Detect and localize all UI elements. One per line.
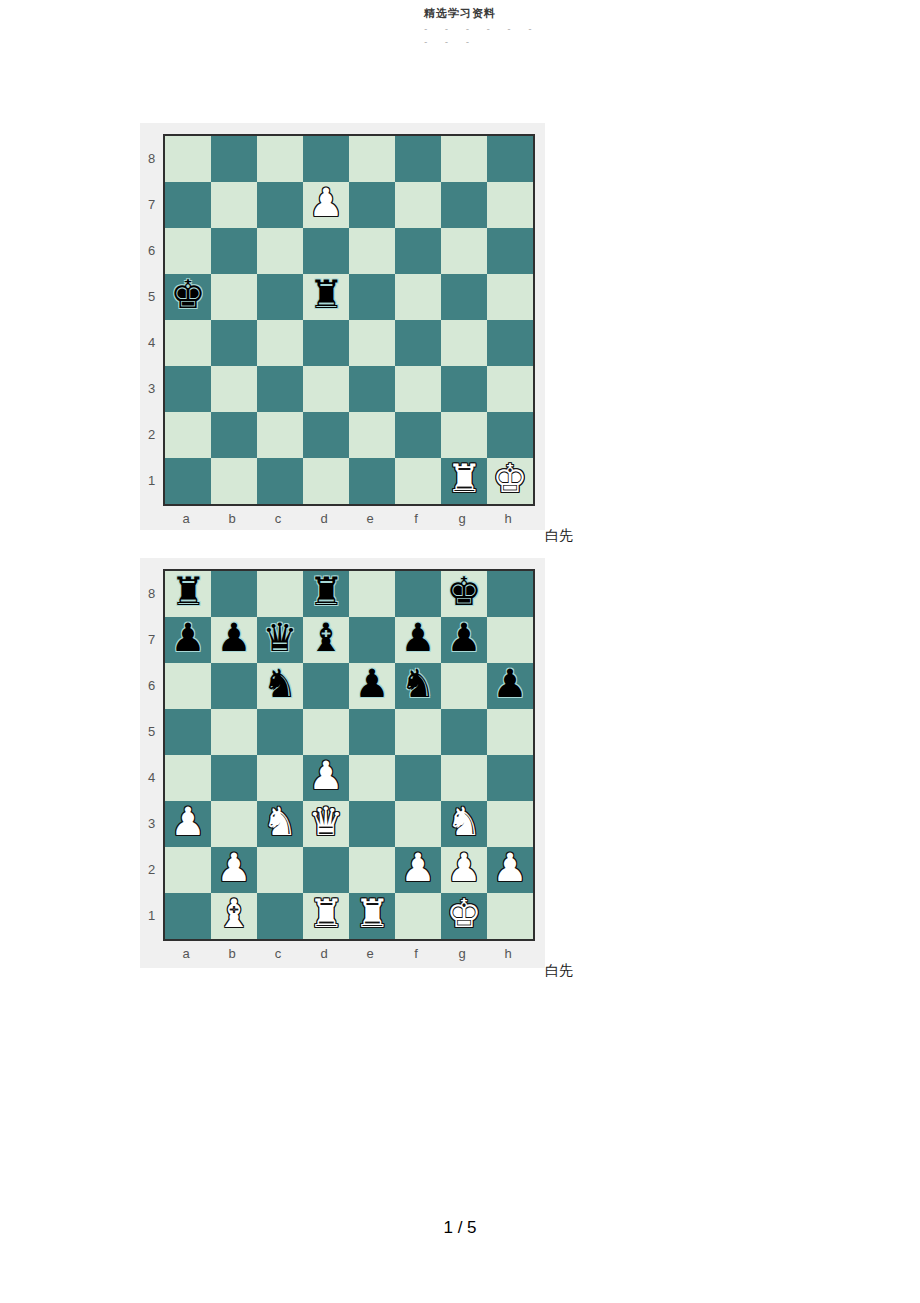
square-d5: ♜ xyxy=(303,274,349,320)
square-e7 xyxy=(349,617,395,663)
file-label-d: d xyxy=(301,942,347,966)
white-pawn-h2: ♟ xyxy=(487,845,533,891)
white-knight-c3: ♞ xyxy=(257,799,303,845)
square-e5 xyxy=(349,709,395,755)
white-pawn-a3: ♟ xyxy=(165,799,211,845)
square-g3: ♞ xyxy=(441,801,487,847)
square-a5: ♚ xyxy=(165,274,211,320)
black-rook-a8: ♜ xyxy=(165,569,211,615)
square-d8 xyxy=(303,136,349,182)
square-e3 xyxy=(349,366,395,412)
square-g8 xyxy=(441,136,487,182)
white-rook-d1: ♜ xyxy=(303,891,349,937)
square-f4 xyxy=(395,320,441,366)
file-label-g: g xyxy=(439,507,485,531)
rank-label-2: 2 xyxy=(140,847,163,893)
square-f2 xyxy=(395,412,441,458)
square-h4 xyxy=(487,755,533,801)
square-b4 xyxy=(211,320,257,366)
square-g5 xyxy=(441,709,487,755)
square-e4 xyxy=(349,320,395,366)
square-c5 xyxy=(257,709,303,755)
square-c8 xyxy=(257,136,303,182)
square-c5 xyxy=(257,274,303,320)
square-h1 xyxy=(487,893,533,939)
square-d6 xyxy=(303,228,349,274)
rank-label-6: 6 xyxy=(140,663,163,709)
square-h8 xyxy=(487,571,533,617)
square-h7 xyxy=(487,617,533,663)
file-label-e: e xyxy=(347,942,393,966)
file-label-c: c xyxy=(255,507,301,531)
square-b1: ♝ xyxy=(211,893,257,939)
chess-board-2: ♜♜♚♟♟♛♝♟♟♞♟♞♟♟♟♞♛♞♟♟♟♟♝♜♜♚ xyxy=(163,569,535,941)
rank-label-7: 7 xyxy=(140,182,163,228)
file-label-h: h xyxy=(485,942,531,966)
black-pawn-e6: ♟ xyxy=(349,661,395,707)
square-h7 xyxy=(487,182,533,228)
file-label-f: f xyxy=(393,507,439,531)
file-label-b: b xyxy=(209,942,255,966)
square-a3 xyxy=(165,366,211,412)
rank-label-1: 1 xyxy=(140,893,163,939)
white-king-g1: ♚ xyxy=(441,891,487,937)
white-knight-g3: ♞ xyxy=(441,799,487,845)
page-number: 1 / 5 xyxy=(0,1218,920,1238)
white-pawn-d7: ♟ xyxy=(303,180,349,226)
square-e7 xyxy=(349,182,395,228)
square-a7 xyxy=(165,182,211,228)
square-h5 xyxy=(487,709,533,755)
square-c7 xyxy=(257,182,303,228)
chess-diagram-1: 87654321 ♟♚♜♜♚ abcdefgh xyxy=(140,123,545,530)
square-c3 xyxy=(257,366,303,412)
square-a4 xyxy=(165,320,211,366)
square-g6 xyxy=(441,228,487,274)
square-a5 xyxy=(165,709,211,755)
square-b1 xyxy=(211,458,257,504)
square-b6 xyxy=(211,228,257,274)
dash-separator-2: - - - xyxy=(423,37,475,47)
white-pawn-d4: ♟ xyxy=(303,753,349,799)
white-pawn-g2: ♟ xyxy=(441,845,487,891)
square-d5 xyxy=(303,709,349,755)
square-b6 xyxy=(211,663,257,709)
rank-label-4: 4 xyxy=(140,320,163,366)
square-g3 xyxy=(441,366,487,412)
square-d4: ♟ xyxy=(303,755,349,801)
square-c7: ♛ xyxy=(257,617,303,663)
black-pawn-g7: ♟ xyxy=(441,615,487,661)
square-d4 xyxy=(303,320,349,366)
square-f6 xyxy=(395,228,441,274)
rank-label-2: 2 xyxy=(140,412,163,458)
square-c1 xyxy=(257,893,303,939)
file-label-b: b xyxy=(209,507,255,531)
white-king-h1: ♚ xyxy=(487,456,533,502)
square-d2 xyxy=(303,847,349,893)
rank-label-3: 3 xyxy=(140,801,163,847)
chess-board-1: ♟♚♜♜♚ xyxy=(163,134,535,506)
square-h6 xyxy=(487,228,533,274)
black-knight-f6: ♞ xyxy=(395,661,441,707)
rank-label-5: 5 xyxy=(140,709,163,755)
file-label-c: c xyxy=(255,942,301,966)
square-f6: ♞ xyxy=(395,663,441,709)
rank-label-3: 3 xyxy=(140,366,163,412)
square-f8 xyxy=(395,136,441,182)
black-king-g8: ♚ xyxy=(441,569,487,615)
square-b2: ♟ xyxy=(211,847,257,893)
square-f3 xyxy=(395,366,441,412)
square-g2: ♟ xyxy=(441,847,487,893)
white-to-move-label-2: 白先 xyxy=(545,962,573,980)
square-g1: ♜ xyxy=(441,458,487,504)
rank-label-8: 8 xyxy=(140,136,163,182)
black-pawn-h6: ♟ xyxy=(487,661,533,707)
square-e2 xyxy=(349,847,395,893)
white-rook-e1: ♜ xyxy=(349,891,395,937)
square-f8 xyxy=(395,571,441,617)
rank-label-7: 7 xyxy=(140,617,163,663)
square-a2 xyxy=(165,847,211,893)
square-g4 xyxy=(441,320,487,366)
square-d7: ♟ xyxy=(303,182,349,228)
black-pawn-a7: ♟ xyxy=(165,615,211,661)
square-f2: ♟ xyxy=(395,847,441,893)
square-e4 xyxy=(349,755,395,801)
file-label-d: d xyxy=(301,507,347,531)
black-king-a5: ♚ xyxy=(165,272,211,318)
square-h2: ♟ xyxy=(487,847,533,893)
square-f1 xyxy=(395,458,441,504)
square-h2 xyxy=(487,412,533,458)
white-bishop-b1: ♝ xyxy=(211,891,257,937)
square-e5 xyxy=(349,274,395,320)
rank-label-5: 5 xyxy=(140,274,163,320)
square-c8 xyxy=(257,571,303,617)
square-h3 xyxy=(487,801,533,847)
square-c6 xyxy=(257,228,303,274)
square-a1 xyxy=(165,458,211,504)
white-pawn-f2: ♟ xyxy=(395,845,441,891)
white-rook-g1: ♜ xyxy=(441,456,487,502)
square-d8: ♜ xyxy=(303,571,349,617)
square-g8: ♚ xyxy=(441,571,487,617)
square-a6 xyxy=(165,663,211,709)
square-f3 xyxy=(395,801,441,847)
square-a7: ♟ xyxy=(165,617,211,663)
square-d1: ♜ xyxy=(303,893,349,939)
square-c4 xyxy=(257,320,303,366)
black-knight-c6: ♞ xyxy=(257,661,303,707)
rank-labels: 87654321 xyxy=(140,136,163,504)
dash-separator-1: - - - - - - xyxy=(423,24,538,34)
file-labels: abcdefgh xyxy=(163,942,531,966)
chess-diagram-2: 87654321 ♜♜♚♟♟♛♝♟♟♞♟♞♟♟♟♞♛♞♟♟♟♟♝♜♜♚ abcd… xyxy=(140,558,545,968)
square-e2 xyxy=(349,412,395,458)
square-b8 xyxy=(211,136,257,182)
file-label-e: e xyxy=(347,507,393,531)
black-pawn-f7: ♟ xyxy=(395,615,441,661)
rank-label-4: 4 xyxy=(140,755,163,801)
black-queen-c7: ♛ xyxy=(257,615,303,661)
square-d3 xyxy=(303,366,349,412)
square-h3 xyxy=(487,366,533,412)
white-queen-d3: ♛ xyxy=(303,799,349,845)
square-a6 xyxy=(165,228,211,274)
white-pawn-b2: ♟ xyxy=(211,845,257,891)
square-a8: ♜ xyxy=(165,571,211,617)
square-d6 xyxy=(303,663,349,709)
square-g2 xyxy=(441,412,487,458)
square-h6: ♟ xyxy=(487,663,533,709)
square-b7: ♟ xyxy=(211,617,257,663)
square-c3: ♞ xyxy=(257,801,303,847)
square-b5 xyxy=(211,274,257,320)
square-f5 xyxy=(395,709,441,755)
square-a4 xyxy=(165,755,211,801)
square-d7: ♝ xyxy=(303,617,349,663)
file-label-g: g xyxy=(439,942,485,966)
square-h1: ♚ xyxy=(487,458,533,504)
square-a3: ♟ xyxy=(165,801,211,847)
square-b3 xyxy=(211,366,257,412)
square-b7 xyxy=(211,182,257,228)
square-c1 xyxy=(257,458,303,504)
square-g7 xyxy=(441,182,487,228)
square-f7: ♟ xyxy=(395,617,441,663)
square-b8 xyxy=(211,571,257,617)
rank-labels: 87654321 xyxy=(140,571,163,939)
file-label-h: h xyxy=(485,507,531,531)
square-e1: ♜ xyxy=(349,893,395,939)
square-c2 xyxy=(257,847,303,893)
square-e3 xyxy=(349,801,395,847)
square-b5 xyxy=(211,709,257,755)
square-a1 xyxy=(165,893,211,939)
file-label-a: a xyxy=(163,507,209,531)
file-labels: abcdefgh xyxy=(163,507,531,531)
file-label-f: f xyxy=(393,942,439,966)
square-d1 xyxy=(303,458,349,504)
square-e1 xyxy=(349,458,395,504)
square-b3 xyxy=(211,801,257,847)
black-rook-d5: ♜ xyxy=(303,272,349,318)
square-c6: ♞ xyxy=(257,663,303,709)
square-g7: ♟ xyxy=(441,617,487,663)
square-h8 xyxy=(487,136,533,182)
square-g4 xyxy=(441,755,487,801)
square-f1 xyxy=(395,893,441,939)
rank-label-1: 1 xyxy=(140,458,163,504)
rank-label-8: 8 xyxy=(140,571,163,617)
square-f5 xyxy=(395,274,441,320)
black-bishop-d7: ♝ xyxy=(303,615,349,661)
square-f4 xyxy=(395,755,441,801)
white-to-move-label-1: 白先 xyxy=(545,527,573,545)
square-a8 xyxy=(165,136,211,182)
square-b4 xyxy=(211,755,257,801)
square-d2 xyxy=(303,412,349,458)
square-b2 xyxy=(211,412,257,458)
square-h4 xyxy=(487,320,533,366)
square-e6: ♟ xyxy=(349,663,395,709)
square-a2 xyxy=(165,412,211,458)
square-g5 xyxy=(441,274,487,320)
square-h5 xyxy=(487,274,533,320)
black-pawn-b7: ♟ xyxy=(211,615,257,661)
file-label-a: a xyxy=(163,942,209,966)
square-f7 xyxy=(395,182,441,228)
page-title: 精选学习资料 xyxy=(0,6,920,21)
square-g6 xyxy=(441,663,487,709)
square-e8 xyxy=(349,136,395,182)
black-rook-d8: ♜ xyxy=(303,569,349,615)
square-c4 xyxy=(257,755,303,801)
square-g1: ♚ xyxy=(441,893,487,939)
square-e8 xyxy=(349,571,395,617)
square-d3: ♛ xyxy=(303,801,349,847)
square-c2 xyxy=(257,412,303,458)
square-e6 xyxy=(349,228,395,274)
rank-label-6: 6 xyxy=(140,228,163,274)
